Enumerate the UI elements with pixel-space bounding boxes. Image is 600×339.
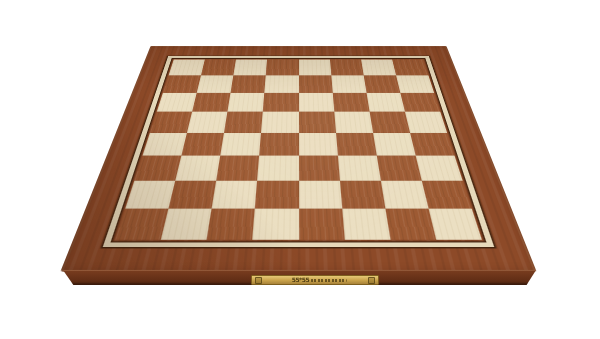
square-a4 (143, 133, 188, 156)
plaque-emblem-right-icon (368, 277, 375, 284)
square-a5 (150, 112, 192, 133)
square-e6 (299, 93, 334, 112)
square-e3 (299, 155, 340, 180)
square-a7 (163, 75, 201, 92)
square-g7 (363, 75, 400, 92)
square-g6 (366, 93, 405, 112)
square-e5 (299, 112, 336, 133)
square-b7 (197, 75, 234, 92)
square-e7 (299, 75, 333, 92)
square-a1 (115, 208, 168, 239)
brass-plaque: 55*55 (251, 275, 379, 285)
board-squares-grid (115, 60, 482, 240)
square-a3 (134, 155, 181, 180)
product-photo: 55*55 (0, 0, 600, 339)
square-f5 (334, 112, 373, 133)
square-c6 (228, 93, 265, 112)
plaque-emblem-left-icon (255, 277, 262, 284)
plaque-script-illegible (311, 279, 347, 282)
square-g8 (361, 60, 396, 76)
square-h7 (396, 75, 434, 92)
square-b2 (169, 180, 217, 208)
square-h5 (405, 112, 447, 133)
square-h4 (410, 133, 455, 156)
square-b5 (187, 112, 227, 133)
square-g4 (373, 133, 416, 156)
square-c1 (207, 208, 255, 239)
square-g1 (385, 208, 436, 239)
square-d3 (257, 155, 298, 180)
square-b6 (192, 93, 231, 112)
square-f1 (342, 208, 390, 239)
square-b3 (175, 155, 220, 180)
square-c4 (221, 133, 262, 156)
square-d6 (263, 93, 298, 112)
square-f7 (331, 75, 366, 92)
square-d1 (253, 208, 299, 239)
square-h3 (415, 155, 462, 180)
square-c5 (224, 112, 263, 133)
square-a2 (125, 180, 175, 208)
square-g3 (376, 155, 421, 180)
plaque-inscription: 55*55 (292, 277, 347, 283)
square-f2 (340, 180, 386, 208)
square-f8 (330, 60, 364, 76)
square-e8 (299, 60, 331, 76)
square-b1 (161, 208, 212, 239)
square-g2 (381, 180, 429, 208)
square-g5 (369, 112, 409, 133)
square-a6 (157, 93, 197, 112)
square-c3 (216, 155, 259, 180)
square-d8 (266, 60, 298, 76)
square-e2 (299, 180, 342, 208)
chess-board (60, 46, 536, 272)
square-d5 (261, 112, 298, 133)
square-d2 (255, 180, 298, 208)
plaque-size-text: 55*55 (292, 277, 309, 283)
square-f4 (336, 133, 377, 156)
square-d4 (260, 133, 299, 156)
square-d7 (265, 75, 299, 92)
square-c7 (231, 75, 266, 92)
square-h8 (392, 60, 428, 76)
square-a8 (169, 60, 205, 76)
square-e4 (299, 133, 338, 156)
square-c2 (212, 180, 258, 208)
square-f6 (332, 93, 369, 112)
square-c8 (234, 60, 268, 76)
square-h6 (400, 93, 440, 112)
square-e1 (299, 208, 345, 239)
square-b4 (182, 133, 225, 156)
square-b8 (201, 60, 236, 76)
square-h2 (422, 180, 472, 208)
square-f3 (337, 155, 380, 180)
